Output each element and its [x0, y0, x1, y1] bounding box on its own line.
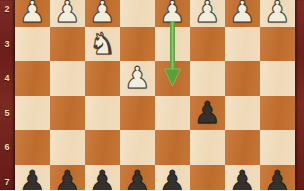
rank-label-2: 2 [0, 4, 14, 14]
black-pawn-h7[interactable]: ♟ [19, 165, 46, 190]
black-pawn-e7[interactable]: ♟ [124, 165, 151, 190]
square-b7[interactable]: ♟ [225, 165, 260, 191]
square-e7[interactable]: ♟ [120, 165, 155, 191]
square-e3[interactable] [120, 27, 155, 62]
white-pawn-a2[interactable]: ♟ [264, 0, 291, 29]
square-b4[interactable] [225, 61, 260, 96]
square-c6[interactable] [190, 130, 225, 165]
square-c4[interactable] [190, 61, 225, 96]
square-g2[interactable]: ♟ [50, 0, 85, 27]
square-h6[interactable] [15, 130, 50, 165]
square-h2[interactable]: ♟ [15, 0, 50, 27]
square-a5[interactable] [260, 96, 295, 131]
black-pawn-a7[interactable]: ♟ [264, 165, 291, 190]
square-g6[interactable] [50, 130, 85, 165]
square-d3[interactable] [155, 27, 190, 62]
white-pawn-g2[interactable]: ♟ [54, 0, 81, 29]
square-d4[interactable] [155, 61, 190, 96]
square-a3[interactable] [260, 27, 295, 62]
square-b5[interactable] [225, 96, 260, 131]
square-f4[interactable] [85, 61, 120, 96]
white-pawn-b2[interactable]: ♟ [229, 0, 256, 29]
square-a4[interactable] [260, 61, 295, 96]
white-pawn-c2[interactable]: ♟ [194, 0, 221, 29]
rank-label-5: 5 [0, 108, 14, 118]
square-f6[interactable] [85, 130, 120, 165]
square-d2[interactable]: ♟ [155, 0, 190, 27]
square-c3[interactable] [190, 27, 225, 62]
square-e2[interactable] [120, 0, 155, 27]
square-e4[interactable]: ♟ [120, 61, 155, 96]
square-g4[interactable] [50, 61, 85, 96]
white-pawn-f2[interactable]: ♟ [89, 0, 116, 29]
square-a7[interactable]: ♟ [260, 165, 295, 191]
square-c5[interactable]: ♟ [190, 96, 225, 131]
square-h4[interactable] [15, 61, 50, 96]
square-f2[interactable]: ♟ [85, 0, 120, 27]
square-f3[interactable]: ♞ [85, 27, 120, 62]
chess-board-screenshot: 234567 ♟♟♟♟♟♟♟♞♟♟♟♟♟♟♟♟♟ [0, 0, 304, 190]
square-e6[interactable] [120, 130, 155, 165]
square-b3[interactable] [225, 27, 260, 62]
square-f7[interactable]: ♟ [85, 165, 120, 191]
board-frame-right [295, 0, 304, 190]
black-pawn-g7[interactable]: ♟ [54, 165, 81, 190]
square-g3[interactable] [50, 27, 85, 62]
square-g5[interactable] [50, 96, 85, 131]
black-pawn-c5[interactable]: ♟ [194, 96, 221, 130]
square-d7[interactable]: ♟ [155, 165, 190, 191]
white-pawn-d2[interactable]: ♟ [159, 0, 186, 29]
square-h5[interactable] [15, 96, 50, 131]
white-pawn-e4[interactable]: ♟ [124, 61, 151, 95]
black-pawn-d7[interactable]: ♟ [159, 165, 186, 190]
square-b6[interactable] [225, 130, 260, 165]
square-a2[interactable]: ♟ [260, 0, 295, 27]
square-b2[interactable]: ♟ [225, 0, 260, 27]
square-c2[interactable]: ♟ [190, 0, 225, 27]
square-f5[interactable] [85, 96, 120, 131]
square-h3[interactable] [15, 27, 50, 62]
square-c7[interactable] [190, 165, 225, 191]
square-d5[interactable] [155, 96, 190, 131]
square-h7[interactable]: ♟ [15, 165, 50, 191]
white-pawn-h2[interactable]: ♟ [19, 0, 46, 29]
square-g7[interactable]: ♟ [50, 165, 85, 191]
black-pawn-f7[interactable]: ♟ [89, 165, 116, 190]
rank-label-3: 3 [0, 39, 14, 49]
rank-label-4: 4 [0, 73, 14, 83]
board-frame-left: 234567 [0, 0, 15, 190]
rank-label-6: 6 [0, 142, 14, 152]
square-e5[interactable] [120, 96, 155, 131]
chess-board[interactable]: ♟♟♟♟♟♟♟♞♟♟♟♟♟♟♟♟♟ [15, 0, 295, 190]
rank-label-7: 7 [0, 177, 14, 187]
black-pawn-b7[interactable]: ♟ [229, 165, 256, 190]
square-d6[interactable] [155, 130, 190, 165]
white-knight-f3[interactable]: ♞ [89, 27, 116, 61]
square-a6[interactable] [260, 130, 295, 165]
